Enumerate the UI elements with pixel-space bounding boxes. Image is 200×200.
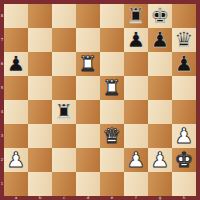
rank-label-1: 1 bbox=[0, 182, 4, 186]
square-c7[interactable] bbox=[52, 28, 76, 52]
square-e2[interactable] bbox=[100, 148, 124, 172]
rank-label-8: 8 bbox=[0, 14, 4, 18]
square-b4[interactable] bbox=[28, 100, 52, 124]
square-d8[interactable] bbox=[76, 4, 100, 28]
square-c3[interactable] bbox=[52, 124, 76, 148]
rank-label-2: 2 bbox=[0, 158, 4, 162]
square-b5[interactable] bbox=[28, 76, 52, 100]
black-pawn-h6[interactable]: ♟ bbox=[175, 54, 194, 75]
square-g5[interactable] bbox=[148, 76, 172, 100]
square-e5[interactable]: ♜ bbox=[100, 76, 124, 100]
square-b8[interactable] bbox=[28, 4, 52, 28]
file-label-b: b bbox=[28, 196, 52, 200]
square-g3[interactable] bbox=[148, 124, 172, 148]
square-b1[interactable] bbox=[28, 172, 52, 196]
white-rook-d6[interactable]: ♜ bbox=[79, 54, 98, 75]
square-h7[interactable]: ♛ bbox=[172, 28, 196, 52]
square-e6[interactable] bbox=[100, 52, 124, 76]
black-queen-h7[interactable]: ♛ bbox=[175, 30, 194, 51]
square-f1[interactable] bbox=[124, 172, 148, 196]
square-h3[interactable]: ♟ bbox=[172, 124, 196, 148]
file-label-d: d bbox=[76, 196, 100, 200]
square-b7[interactable] bbox=[28, 28, 52, 52]
square-e3[interactable]: ♛ bbox=[100, 124, 124, 148]
square-g7[interactable]: ♟ bbox=[148, 28, 172, 52]
square-f6[interactable] bbox=[124, 52, 148, 76]
square-a8[interactable] bbox=[4, 4, 28, 28]
file-label-f: f bbox=[124, 196, 148, 200]
black-pawn-g7[interactable]: ♟ bbox=[151, 30, 170, 51]
square-f3[interactable] bbox=[124, 124, 148, 148]
square-e1[interactable] bbox=[100, 172, 124, 196]
file-label-e: e bbox=[100, 196, 124, 200]
square-b6[interactable] bbox=[28, 52, 52, 76]
square-f2[interactable]: ♟ bbox=[124, 148, 148, 172]
square-c5[interactable] bbox=[52, 76, 76, 100]
black-pawn-a6[interactable]: ♟ bbox=[7, 54, 26, 75]
square-g2[interactable]: ♟ bbox=[148, 148, 172, 172]
square-e8[interactable] bbox=[100, 4, 124, 28]
square-a6[interactable]: ♟ bbox=[4, 52, 28, 76]
white-pawn-f2[interactable]: ♟ bbox=[127, 150, 146, 171]
black-pawn-f7[interactable]: ♟ bbox=[127, 30, 146, 51]
square-d7[interactable] bbox=[76, 28, 100, 52]
file-label-c: c bbox=[52, 196, 76, 200]
square-d4[interactable] bbox=[76, 100, 100, 124]
square-a3[interactable] bbox=[4, 124, 28, 148]
rank-label-3: 3 bbox=[0, 134, 4, 138]
rank-label-4: 4 bbox=[0, 110, 4, 114]
square-a1[interactable] bbox=[4, 172, 28, 196]
square-g8[interactable]: ♚ bbox=[148, 4, 172, 28]
square-g1[interactable] bbox=[148, 172, 172, 196]
square-a4[interactable] bbox=[4, 100, 28, 124]
square-e4[interactable] bbox=[100, 100, 124, 124]
square-g6[interactable] bbox=[148, 52, 172, 76]
white-rook-e5[interactable]: ♜ bbox=[103, 78, 122, 99]
square-a5[interactable] bbox=[4, 76, 28, 100]
square-d2[interactable] bbox=[76, 148, 100, 172]
square-a2[interactable]: ♟ bbox=[4, 148, 28, 172]
rank-label-6: 6 bbox=[0, 62, 4, 66]
square-f7[interactable]: ♟ bbox=[124, 28, 148, 52]
square-b3[interactable] bbox=[28, 124, 52, 148]
chess-board-grid: ♜♚♟♟♛♟♜♟♜♜♛♟♟♟♟♚ bbox=[4, 4, 196, 196]
square-d5[interactable] bbox=[76, 76, 100, 100]
square-h4[interactable] bbox=[172, 100, 196, 124]
rank-label-5: 5 bbox=[0, 86, 4, 90]
square-c6[interactable] bbox=[52, 52, 76, 76]
square-h6[interactable]: ♟ bbox=[172, 52, 196, 76]
file-label-g: g bbox=[148, 196, 172, 200]
black-rook-f8[interactable]: ♜ bbox=[127, 6, 146, 27]
square-h5[interactable] bbox=[172, 76, 196, 100]
rank-label-7: 7 bbox=[0, 38, 4, 42]
white-pawn-g2[interactable]: ♟ bbox=[151, 150, 170, 171]
white-pawn-a2[interactable]: ♟ bbox=[7, 150, 26, 171]
black-king-g8[interactable]: ♚ bbox=[151, 6, 170, 27]
file-label-a: a bbox=[4, 196, 28, 200]
white-queen-e3[interactable]: ♛ bbox=[103, 126, 122, 147]
square-g4[interactable] bbox=[148, 100, 172, 124]
square-h8[interactable] bbox=[172, 4, 196, 28]
file-label-h: h bbox=[172, 196, 196, 200]
square-f5[interactable] bbox=[124, 76, 148, 100]
square-a7[interactable] bbox=[4, 28, 28, 52]
square-h2[interactable]: ♚ bbox=[172, 148, 196, 172]
square-d3[interactable] bbox=[76, 124, 100, 148]
white-king-h2[interactable]: ♚ bbox=[175, 150, 194, 171]
black-rook-c4[interactable]: ♜ bbox=[55, 102, 74, 123]
square-d6[interactable]: ♜ bbox=[76, 52, 100, 76]
square-c1[interactable] bbox=[52, 172, 76, 196]
square-f8[interactable]: ♜ bbox=[124, 4, 148, 28]
square-c2[interactable] bbox=[52, 148, 76, 172]
square-f4[interactable] bbox=[124, 100, 148, 124]
square-d1[interactable] bbox=[76, 172, 100, 196]
white-pawn-h3[interactable]: ♟ bbox=[175, 126, 194, 147]
square-c8[interactable] bbox=[52, 4, 76, 28]
square-h1[interactable] bbox=[172, 172, 196, 196]
square-e7[interactable] bbox=[100, 28, 124, 52]
square-c4[interactable]: ♜ bbox=[52, 100, 76, 124]
square-b2[interactable] bbox=[28, 148, 52, 172]
chess-board: ♜♚♟♟♛♟♜♟♜♜♛♟♟♟♟♚ 87654321abcdefgh bbox=[0, 0, 200, 200]
